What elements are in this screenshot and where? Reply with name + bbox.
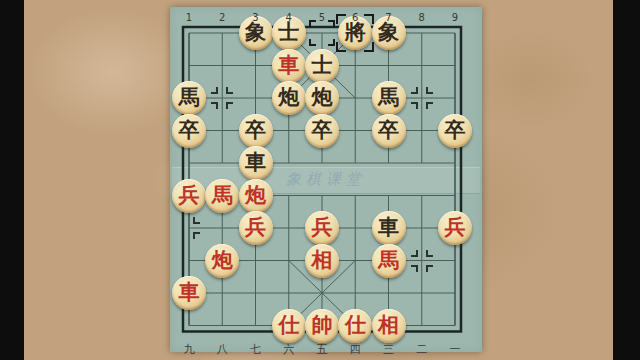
piece-red-horse[interactable]: 馬 xyxy=(205,179,239,213)
point-marker xyxy=(211,87,233,109)
point-marker xyxy=(411,250,433,272)
piece-black-cannon[interactable]: 炮 xyxy=(272,81,306,115)
piece-red-elephant[interactable]: 相 xyxy=(305,244,339,278)
piece-red-chariot[interactable]: 車 xyxy=(272,49,306,83)
letterbox-right xyxy=(613,0,640,360)
file-label-bottom-3: 七 xyxy=(250,344,261,355)
last-move-from-marker xyxy=(309,20,335,46)
piece-black-soldier[interactable]: 卒 xyxy=(305,114,339,148)
letterbox-left xyxy=(0,0,24,360)
piece-black-horse[interactable]: 馬 xyxy=(372,81,406,115)
piece-black-chariot[interactable]: 車 xyxy=(239,146,273,180)
piece-red-soldier[interactable]: 兵 xyxy=(305,211,339,245)
piece-black-soldier[interactable]: 卒 xyxy=(239,114,273,148)
piece-black-soldier[interactable]: 卒 xyxy=(172,114,206,148)
piece-red-advisor[interactable]: 仕 xyxy=(272,309,306,343)
file-label-top-4: 4 xyxy=(286,13,292,23)
file-label-top-2: 2 xyxy=(219,13,225,23)
piece-red-cannon[interactable]: 炮 xyxy=(239,179,273,213)
file-label-top-8: 8 xyxy=(419,13,425,23)
piece-red-chariot[interactable]: 車 xyxy=(172,276,206,310)
piece-black-advisor[interactable]: 士 xyxy=(305,49,339,83)
piece-red-soldier[interactable]: 兵 xyxy=(172,179,206,213)
file-label-top-5: 5 xyxy=(319,13,325,23)
piece-red-elephant[interactable]: 相 xyxy=(372,309,406,343)
piece-black-soldier[interactable]: 卒 xyxy=(372,114,406,148)
piece-black-cannon[interactable]: 炮 xyxy=(305,81,339,115)
piece-black-horse[interactable]: 馬 xyxy=(172,81,206,115)
point-marker xyxy=(178,217,200,239)
piece-red-soldier[interactable]: 兵 xyxy=(239,211,273,245)
file-label-bottom-4: 六 xyxy=(283,344,294,355)
file-label-bottom-6: 四 xyxy=(350,344,361,355)
file-label-bottom-7: 三 xyxy=(383,344,394,355)
piece-black-soldier[interactable]: 卒 xyxy=(438,114,472,148)
piece-red-soldier[interactable]: 兵 xyxy=(438,211,472,245)
piece-red-general[interactable]: 帥 xyxy=(305,309,339,343)
file-label-bottom-5: 五 xyxy=(317,344,328,355)
file-label-top-3: 3 xyxy=(252,13,258,23)
xiangqi-board[interactable]: 象棋课堂 123456789 九八七六五四三二一 象士將象車士馬炮炮馬卒卒卒卒卒… xyxy=(170,7,482,352)
file-label-top-7: 7 xyxy=(385,13,391,23)
file-label-top-9: 9 xyxy=(452,13,458,23)
file-label-bottom-2: 八 xyxy=(217,344,228,355)
file-label-top-1: 1 xyxy=(186,13,192,23)
piece-red-horse[interactable]: 馬 xyxy=(372,244,406,278)
file-label-bottom-8: 二 xyxy=(416,344,427,355)
piece-black-chariot[interactable]: 車 xyxy=(372,211,406,245)
piece-red-advisor[interactable]: 仕 xyxy=(338,309,372,343)
screen: 象棋课堂 123456789 九八七六五四三二一 象士將象車士馬炮炮馬卒卒卒卒卒… xyxy=(0,0,640,360)
file-label-bottom-1: 九 xyxy=(184,344,195,355)
file-label-bottom-9: 一 xyxy=(450,344,461,355)
river-watermark: 象棋课堂 xyxy=(286,170,366,189)
piece-red-cannon[interactable]: 炮 xyxy=(205,244,239,278)
point-marker xyxy=(411,87,433,109)
file-label-top-6: 6 xyxy=(352,13,358,23)
